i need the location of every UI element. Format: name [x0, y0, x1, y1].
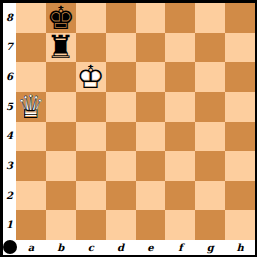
- square-b6[interactable]: [46, 62, 76, 92]
- square-h7[interactable]: [225, 33, 255, 63]
- square-e6[interactable]: [136, 62, 166, 92]
- square-f4[interactable]: [165, 122, 195, 152]
- square-f1[interactable]: [165, 210, 195, 240]
- square-a6[interactable]: [16, 62, 46, 92]
- square-c6[interactable]: ♚♔: [76, 62, 106, 92]
- square-c3[interactable]: [76, 151, 106, 181]
- square-h2[interactable]: [225, 181, 255, 211]
- square-h5[interactable]: [225, 92, 255, 122]
- square-g1[interactable]: [195, 210, 225, 240]
- white-king[interactable]: ♔: [76, 62, 106, 92]
- square-d4[interactable]: [106, 122, 136, 152]
- file-label-c: c: [76, 240, 106, 255]
- file-label-f: f: [165, 240, 195, 255]
- square-a4[interactable]: [16, 122, 46, 152]
- rank-label-7: 7: [3, 33, 16, 63]
- square-a3[interactable]: [16, 151, 46, 181]
- square-f2[interactable]: [165, 181, 195, 211]
- file-label-h: h: [225, 240, 255, 255]
- white-queen-fill: ♛: [16, 92, 46, 122]
- square-f3[interactable]: [165, 151, 195, 181]
- rank-label-1: 1: [3, 210, 16, 240]
- square-c7[interactable]: [76, 33, 106, 63]
- square-g6[interactable]: [195, 62, 225, 92]
- rank-label-6: 6: [3, 62, 16, 92]
- square-a7[interactable]: [16, 33, 46, 63]
- square-b8[interactable]: ♚: [46, 3, 76, 33]
- square-e3[interactable]: [136, 151, 166, 181]
- square-b1[interactable]: [46, 210, 76, 240]
- file-label-b: b: [46, 240, 76, 255]
- square-e8[interactable]: [136, 3, 166, 33]
- square-g8[interactable]: [195, 3, 225, 33]
- side-to-move-indicator: [3, 240, 17, 254]
- square-e7[interactable]: [136, 33, 166, 63]
- square-e1[interactable]: [136, 210, 166, 240]
- file-label-e: e: [136, 240, 166, 255]
- square-c2[interactable]: [76, 181, 106, 211]
- square-d3[interactable]: [106, 151, 136, 181]
- rank-label-5: 5: [3, 92, 16, 122]
- square-d7[interactable]: [106, 33, 136, 63]
- square-e2[interactable]: [136, 181, 166, 211]
- square-b7[interactable]: ♜: [46, 33, 76, 63]
- white-king-fill: ♚: [76, 62, 106, 92]
- file-labels: abcdefgh: [16, 240, 255, 255]
- black-rook[interactable]: ♜: [46, 33, 76, 63]
- white-queen[interactable]: ♕: [16, 92, 46, 122]
- file-label-g: g: [195, 240, 225, 255]
- square-b2[interactable]: [46, 181, 76, 211]
- square-e4[interactable]: [136, 122, 166, 152]
- square-g2[interactable]: [195, 181, 225, 211]
- square-h4[interactable]: [225, 122, 255, 152]
- square-c5[interactable]: [76, 92, 106, 122]
- square-f7[interactable]: [165, 33, 195, 63]
- square-d1[interactable]: [106, 210, 136, 240]
- square-h3[interactable]: [225, 151, 255, 181]
- board: ♚♜♚♔♛♕: [16, 3, 255, 240]
- square-b4[interactable]: [46, 122, 76, 152]
- rank-label-2: 2: [3, 181, 16, 211]
- square-a5[interactable]: ♛♕: [16, 92, 46, 122]
- square-a2[interactable]: [16, 181, 46, 211]
- square-d5[interactable]: [106, 92, 136, 122]
- file-label-d: d: [106, 240, 136, 255]
- square-g5[interactable]: [195, 92, 225, 122]
- black-king[interactable]: ♚: [46, 3, 76, 33]
- chessboard-inner: 87654321 ♚♜♚♔♛♕ abcdefgh: [3, 3, 255, 255]
- square-g7[interactable]: [195, 33, 225, 63]
- square-h1[interactable]: [225, 210, 255, 240]
- square-d6[interactable]: [106, 62, 136, 92]
- square-b3[interactable]: [46, 151, 76, 181]
- rank-label-8: 8: [3, 3, 16, 33]
- rank-label-4: 4: [3, 122, 16, 152]
- square-b5[interactable]: [46, 92, 76, 122]
- square-h8[interactable]: [225, 3, 255, 33]
- rank-label-3: 3: [3, 151, 16, 181]
- square-c1[interactable]: [76, 210, 106, 240]
- square-f8[interactable]: [165, 3, 195, 33]
- square-a8[interactable]: [16, 3, 46, 33]
- square-d2[interactable]: [106, 181, 136, 211]
- square-e5[interactable]: [136, 92, 166, 122]
- square-c8[interactable]: [76, 3, 106, 33]
- file-label-a: a: [16, 240, 46, 255]
- square-c4[interactable]: [76, 122, 106, 152]
- square-d8[interactable]: [106, 3, 136, 33]
- square-g3[interactable]: [195, 151, 225, 181]
- square-a1[interactable]: [16, 210, 46, 240]
- square-h6[interactable]: [225, 62, 255, 92]
- chessboard-frame: 87654321 ♚♜♚♔♛♕ abcdefgh: [0, 0, 257, 257]
- square-g4[interactable]: [195, 122, 225, 152]
- square-f6[interactable]: [165, 62, 195, 92]
- rank-labels: 87654321: [3, 3, 16, 240]
- square-f5[interactable]: [165, 92, 195, 122]
- side-to-move-corner: [3, 240, 16, 255]
